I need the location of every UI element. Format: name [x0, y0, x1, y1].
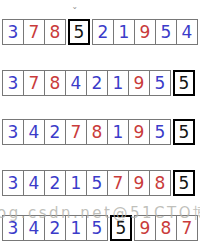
cell-r3c1: 3: [2, 119, 24, 145]
cell-r2c3: 8: [44, 70, 66, 96]
pivot-cell-r3c9: 5: [173, 119, 195, 145]
pivot-cell-r1c4: 5: [68, 19, 90, 45]
cell-r4c7: 9: [128, 170, 150, 196]
partition-visualization-board: 378521954ˇ378421955342781955342157985342…: [0, 0, 200, 244]
cell-r5c3: 2: [44, 215, 66, 241]
cell-r3c5: 8: [86, 119, 108, 145]
cell-r5c9: 7: [176, 215, 198, 241]
cell-r1c8: 5: [155, 19, 177, 45]
cell-r4c1: 3: [2, 170, 24, 196]
cell-r2c2: 7: [23, 70, 45, 96]
cell-r4c6: 7: [107, 170, 129, 196]
cell-r3c8: 5: [149, 119, 171, 145]
pivot-cell-r5c6: 5: [110, 215, 132, 241]
step-row-3: 342781955: [2, 119, 197, 145]
cell-r1c9: 4: [176, 19, 198, 45]
cell-r4c2: 4: [23, 170, 45, 196]
cell-r1c1: 3: [2, 19, 24, 45]
cell-r1c7: 9: [134, 19, 156, 45]
cell-r5c8: 8: [155, 215, 177, 241]
cell-r5c1: 3: [2, 215, 24, 241]
cell-r2c8: 5: [149, 70, 171, 96]
cell-r2c7: 9: [128, 70, 150, 96]
step-row-4: 342157985: [2, 170, 197, 196]
step-row-5: 342155987: [2, 215, 198, 241]
cell-r4c3: 2: [44, 170, 66, 196]
cell-r5c4: 1: [65, 215, 87, 241]
cell-r5c2: 4: [23, 215, 45, 241]
cell-r2c6: 1: [107, 70, 129, 96]
pivot-cell-r4c9: 5: [173, 170, 195, 196]
step-row-2: 378421955: [2, 70, 197, 96]
cell-r3c2: 4: [23, 119, 45, 145]
cell-r3c3: 2: [44, 119, 66, 145]
pivot-caret-icon: ˇ: [72, 7, 78, 18]
cell-r3c6: 1: [107, 119, 129, 145]
cell-r2c4: 4: [65, 70, 87, 96]
cell-r1c2: 7: [23, 19, 45, 45]
cell-r2c1: 3: [2, 70, 24, 96]
pivot-cell-r2c9: 5: [173, 70, 195, 96]
cell-r1c6: 1: [113, 19, 135, 45]
cell-r5c7: 9: [134, 215, 156, 241]
cell-r4c4: 1: [65, 170, 87, 196]
cell-r5c5: 5: [86, 215, 108, 241]
cell-r4c5: 5: [86, 170, 108, 196]
cell-r4c8: 8: [149, 170, 171, 196]
cell-r1c5: 2: [92, 19, 114, 45]
cell-r3c4: 7: [65, 119, 87, 145]
cell-r2c5: 2: [86, 70, 108, 96]
cell-r3c7: 9: [128, 119, 150, 145]
cell-r1c3: 8: [44, 19, 66, 45]
step-row-1: 378521954ˇ: [2, 19, 198, 45]
